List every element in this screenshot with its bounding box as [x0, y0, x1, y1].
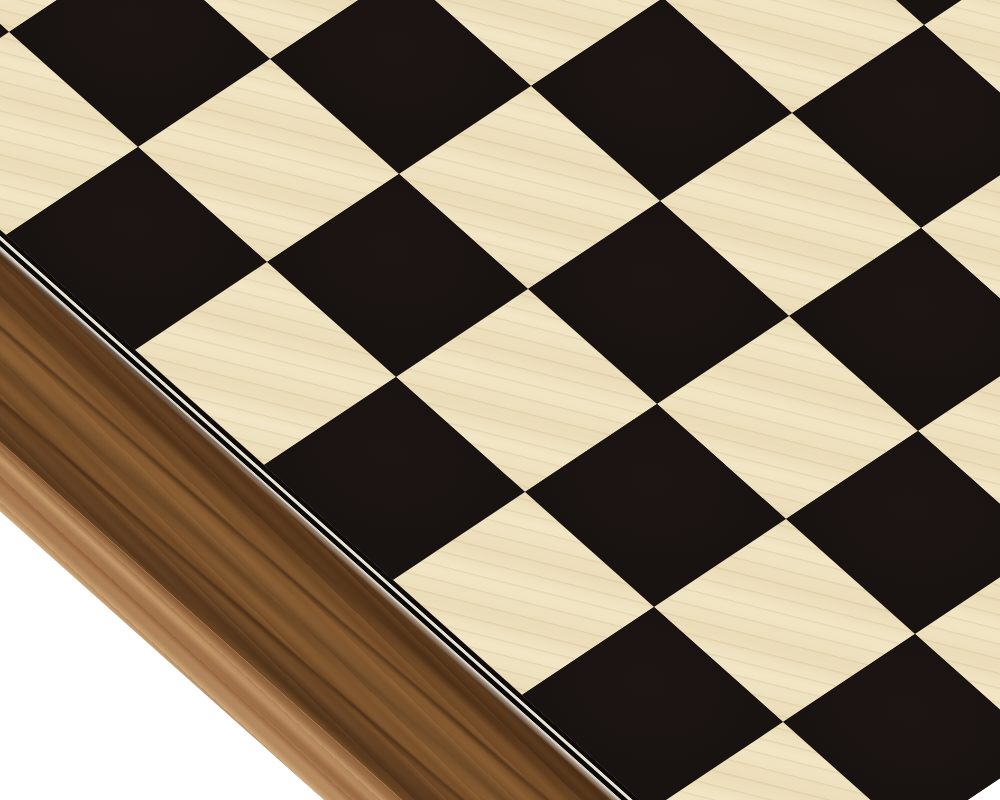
product-photo-canvas — [0, 0, 1000, 800]
